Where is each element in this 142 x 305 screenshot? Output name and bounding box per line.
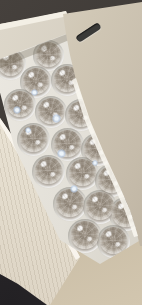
crystal-ball [20, 125, 47, 152]
light-glint [13, 106, 21, 114]
light-glint [70, 185, 78, 193]
crystal-ball [86, 192, 114, 220]
crystal-ball [71, 221, 99, 249]
handle-slot [75, 22, 101, 43]
crystal-ball [100, 227, 127, 254]
crystal-ball [35, 157, 62, 184]
light-glint [92, 160, 98, 166]
light-glint [52, 114, 61, 123]
photo-of-crystal-balls-in-box [0, 0, 142, 305]
crystal-ball [7, 91, 33, 117]
light-glint [31, 89, 38, 96]
light-glint [57, 149, 66, 158]
light-glint [25, 127, 31, 133]
crystal-ball [56, 189, 84, 217]
